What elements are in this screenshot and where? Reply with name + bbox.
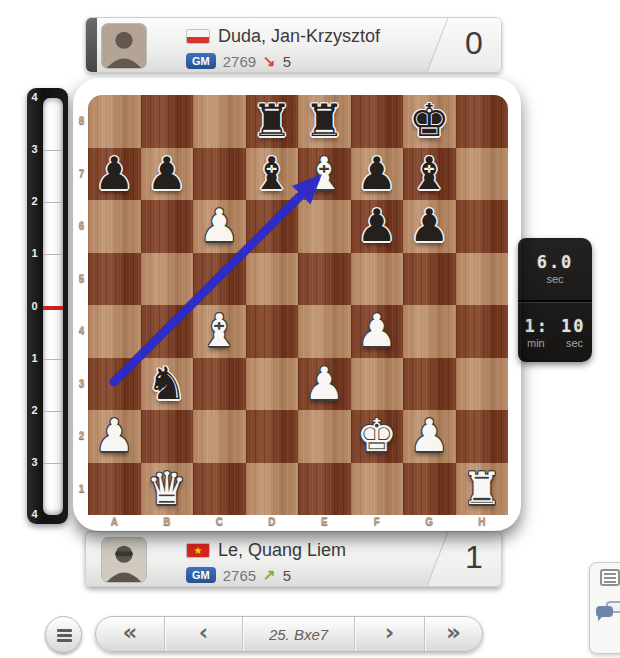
square-d5[interactable] [246,253,299,306]
eval-tick [43,359,63,360]
clock-top-value: 6.0 [518,252,592,272]
piece-white-king[interactable]: ♚ [357,410,397,462]
eval-bar: 432101234 [27,88,68,524]
square-a8[interactable] [88,95,141,148]
square-f2[interactable]: ♚ [351,410,404,463]
piece-white-pawn[interactable]: ♟ [304,358,344,410]
piece-black-pawn[interactable]: ♟ [94,148,134,200]
clock-unit-sec: sec [566,337,583,349]
rating-down-icon: ↘ [263,52,276,70]
eval-label: 4 [28,508,41,520]
square-e3[interactable]: ♟ [298,358,351,411]
chat-icon[interactable] [596,601,620,623]
square-e2[interactable] [298,410,351,463]
title-badge: GM [186,567,216,583]
current-move-label: 25. Bxe7 [242,617,354,651]
rank-label-3: 3 [76,358,87,411]
square-g7[interactable]: ♝ [403,148,456,201]
square-h4[interactable] [456,305,509,358]
square-h5[interactable] [456,253,509,306]
square-f1[interactable] [351,463,404,516]
square-b4[interactable] [141,305,194,358]
last-move-button[interactable]: » [424,617,482,651]
square-b6[interactable] [141,200,194,253]
square-h2[interactable] [456,410,509,463]
piece-black-pawn[interactable]: ♟ [357,148,397,200]
match-score-top: 0 [449,25,499,62]
rating-up-icon: ↗ [263,566,276,584]
first-move-button[interactable]: « [96,617,164,651]
eval-track [43,98,63,515]
square-h3[interactable] [456,358,509,411]
square-h8[interactable] [456,95,509,148]
square-f5[interactable] [351,253,404,306]
eval-label: 1 [28,352,41,364]
eval-label: 0 [28,300,41,312]
rank-label-1: 1 [76,463,87,516]
clock-bottom-value: 1: 10 [518,316,592,336]
file-label-e: E [298,516,351,527]
rank-label-8: 8 [76,95,87,148]
clock-panel: 6.0 sec 1: 10 min sec [518,238,592,362]
file-label-h: H [456,516,509,527]
square-e8[interactable]: ♜ [298,95,351,148]
flag-poland-icon [186,29,210,44]
prev-move-button[interactable]: ‹ [164,617,242,651]
eval-zero-line [43,306,63,310]
square-e6[interactable] [298,200,351,253]
piece-black-knight[interactable]: ♞ [147,358,187,410]
square-b3[interactable]: ♞ [141,358,194,411]
file-label-c: C [193,516,246,527]
square-e4[interactable] [298,305,351,358]
player-name: Duda, Jan-Krzysztof [218,26,380,47]
square-b8[interactable] [141,95,194,148]
eval-label: 3 [28,143,41,155]
square-e1[interactable] [298,463,351,516]
square-e5[interactable] [298,253,351,306]
square-a5[interactable] [88,253,141,306]
file-label-b: B [141,516,194,527]
avatar-bottom [101,537,147,583]
square-d3[interactable] [246,358,299,411]
file-label-a: A [88,516,141,527]
square-f3[interactable] [351,358,404,411]
square-d8[interactable]: ♜ [246,95,299,148]
game-view: Duda, Jan-Krzysztof GM 2769 ↘ 5 0 432101… [0,0,620,658]
square-d6[interactable] [246,200,299,253]
rank-label-4: 4 [76,305,87,358]
piece-white-pawn[interactable]: ♟ [199,200,239,252]
side-panel [589,562,620,654]
file-label-d: D [246,516,299,527]
square-c3[interactable] [193,358,246,411]
piece-black-bishop[interactable]: ♝ [409,148,449,200]
square-e7[interactable]: ♝ [298,148,351,201]
square-c6[interactable]: ♟ [193,200,246,253]
square-g8[interactable]: ♚ [403,95,456,148]
flag-vietnam-icon: ★ [186,543,210,558]
square-c4[interactable]: ♝ [193,305,246,358]
square-h7[interactable] [456,148,509,201]
piece-black-rook[interactable]: ♜ [304,95,344,147]
rating-change: 5 [283,567,291,584]
player-rating: 2769 [223,53,256,70]
square-h6[interactable] [456,200,509,253]
eval-label: 2 [28,195,41,207]
square-g3[interactable] [403,358,456,411]
eval-label: 1 [28,247,41,259]
menu-button[interactable] [45,616,82,653]
square-a6[interactable] [88,200,141,253]
piece-black-pawn[interactable]: ♟ [357,200,397,252]
clock-top-unit: sec [518,273,592,285]
square-g2[interactable]: ♟ [403,410,456,463]
square-c7[interactable] [193,148,246,201]
file-label-f: F [351,516,404,527]
rank-label-6: 6 [76,200,87,253]
square-g6[interactable]: ♟ [403,200,456,253]
next-move-button[interactable]: › [354,617,424,651]
square-b7[interactable]: ♟ [141,148,194,201]
piece-white-queen[interactable]: ♛ [147,463,187,515]
square-c8[interactable] [193,95,246,148]
square-d7[interactable]: ♝ [246,148,299,201]
rank-label-2: 2 [76,410,87,463]
square-b2[interactable] [141,410,194,463]
rank-label-7: 7 [76,148,87,201]
player-card-bottom: ★ Le, Quang Liem GM 2765 ↗ 5 1 [85,531,502,587]
piece-white-rook[interactable]: ♜ [462,463,502,515]
piece-white-pawn[interactable]: ♟ [94,410,134,462]
eval-tick [43,254,63,255]
notation-icon[interactable] [600,569,620,586]
piece-black-bishop[interactable]: ♝ [252,148,292,200]
piece-white-bishop[interactable]: ♝ [199,305,239,357]
square-a7[interactable]: ♟ [88,148,141,201]
square-g4[interactable] [403,305,456,358]
square-d1[interactable] [246,463,299,516]
square-f7[interactable]: ♟ [351,148,404,201]
player-card-top: Duda, Jan-Krzysztof GM 2769 ↘ 5 0 [85,17,502,73]
piece-black-rook[interactable]: ♜ [252,95,292,147]
title-badge: GM [186,53,216,69]
clock-unit-min: min [527,337,545,349]
square-c2[interactable] [193,410,246,463]
square-a2[interactable]: ♟ [88,410,141,463]
chess-board: ♜♜♚♟♟♝♝♟♝♟♟♟♝♟♞♟♟♚♟♛♜ 87654321 ABCDEFGH [73,78,521,531]
square-a4[interactable] [88,305,141,358]
eval-label: 2 [28,404,41,416]
eval-label: 3 [28,456,41,468]
square-f4[interactable]: ♟ [351,305,404,358]
player-name: Le, Quang Liem [218,540,346,561]
square-h1[interactable]: ♜ [456,463,509,516]
eval-tick [43,463,63,464]
avatar-top [101,23,147,69]
square-a1[interactable] [88,463,141,516]
eval-label: 4 [28,91,41,103]
clock-top: 6.0 sec [518,238,592,300]
piece-white-bishop[interactable]: ♝ [304,148,344,200]
square-c1[interactable] [193,463,246,516]
eval-tick [43,202,63,203]
square-f6[interactable]: ♟ [351,200,404,253]
square-b5[interactable] [141,253,194,306]
square-g5[interactable] [403,253,456,306]
square-d2[interactable] [246,410,299,463]
piece-white-pawn[interactable]: ♟ [409,410,449,462]
piece-black-pawn[interactable]: ♟ [409,200,449,252]
piece-black-king[interactable]: ♚ [409,95,449,147]
eval-tick [43,411,63,412]
match-score-bottom: 1 [449,539,499,576]
piece-black-pawn[interactable]: ♟ [147,148,187,200]
clock-bottom: 1: 10 min sec [518,300,592,362]
rank-label-5: 5 [76,253,87,306]
rating-change: 5 [283,53,291,70]
square-f8[interactable] [351,95,404,148]
square-a3[interactable] [88,358,141,411]
file-label-g: G [403,516,456,527]
square-d4[interactable] [246,305,299,358]
piece-white-pawn[interactable]: ♟ [357,305,397,357]
square-g1[interactable] [403,463,456,516]
square-c5[interactable] [193,253,246,306]
player-rating: 2765 [223,567,256,584]
square-b1[interactable]: ♛ [141,463,194,516]
move-navigation: « ‹ 25. Bxe7 › » [95,616,483,652]
eval-tick [43,150,63,151]
